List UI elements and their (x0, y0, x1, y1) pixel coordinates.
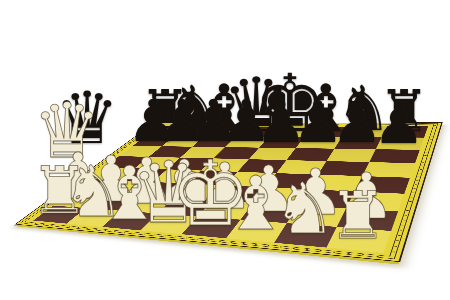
chess-set-photo-scene: Angled photo-style view of a plastic Sta… (0, 0, 450, 300)
black-pawn-h7[interactable]: ♟︎ (370, 94, 428, 152)
white-rook-h1[interactable]: ♜︎ (325, 183, 390, 248)
pieces-layer: ♜︎♞︎♝︎♛︎♚︎♝︎♞︎♜︎♟︎♟︎♟︎♟︎♟︎♟︎♟︎♟︎♟︎♟︎♟︎♟︎… (0, 0, 450, 300)
